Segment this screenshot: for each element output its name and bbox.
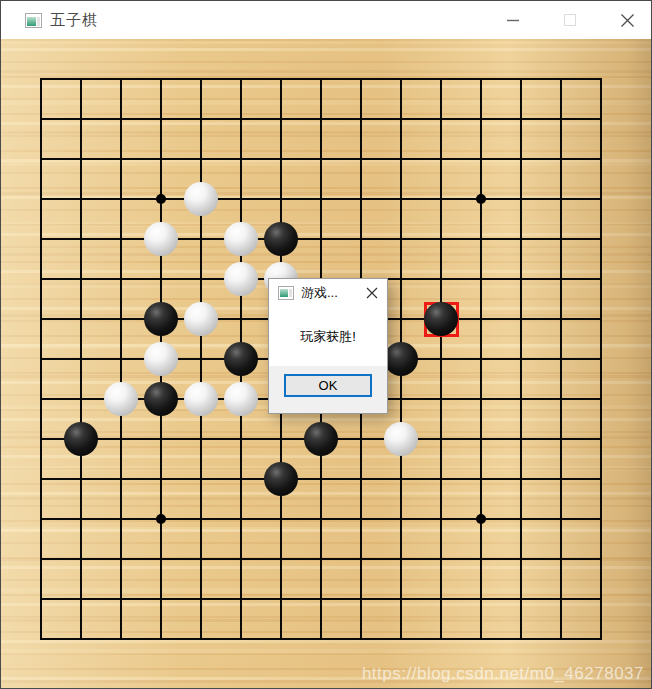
stone-white — [224, 262, 258, 296]
stone-black — [264, 462, 298, 496]
minimize-icon — [506, 13, 520, 27]
dialog-body: 玩家获胜! — [269, 307, 387, 367]
ok-button[interactable]: OK — [284, 374, 372, 397]
star-point — [156, 194, 166, 204]
star-point — [476, 514, 486, 524]
dialog-close-icon — [366, 287, 378, 299]
stone-white — [104, 382, 138, 416]
dialog-title-bar: 游戏... — [269, 279, 387, 307]
title-bar: 五子棋 — [1, 1, 651, 39]
app-icon — [25, 13, 42, 28]
close-button[interactable] — [604, 1, 650, 39]
stone-white — [224, 222, 258, 256]
stone-white — [184, 382, 218, 416]
app-icon-teal — [27, 17, 36, 26]
window-title: 五子棋 — [50, 11, 98, 30]
maximize-icon — [564, 14, 576, 26]
app-icon-pane — [37, 17, 40, 26]
dialog-footer: OK — [269, 366, 387, 413]
stone-black — [144, 382, 178, 416]
window-controls — [479, 1, 651, 39]
game-over-dialog: 游戏... 玩家获胜! OK — [268, 278, 388, 414]
star-point — [156, 514, 166, 524]
stone-black — [144, 302, 178, 336]
star-point — [476, 194, 486, 204]
stone-black — [304, 422, 338, 456]
stone-white — [224, 382, 258, 416]
stone-white — [184, 302, 218, 336]
dialog-close-button[interactable] — [357, 279, 387, 307]
stone-black — [384, 342, 418, 376]
maximize-button[interactable] — [547, 1, 593, 39]
stone-white — [384, 422, 418, 456]
close-icon — [620, 13, 635, 28]
watermark: https://blog.csdn.net/m0_46278037 — [362, 664, 644, 684]
stone-black — [424, 302, 458, 336]
gomoku-window: 五子棋 游戏... — [0, 0, 652, 689]
stone-black — [264, 222, 298, 256]
stone-black — [64, 422, 98, 456]
stone-black — [224, 342, 258, 376]
stone-white — [184, 182, 218, 216]
minimize-button[interactable] — [490, 1, 536, 39]
dialog-message: 玩家获胜! — [300, 328, 356, 346]
stone-white — [144, 342, 178, 376]
dialog-title: 游戏... — [301, 284, 338, 302]
stone-white — [144, 222, 178, 256]
dialog-icon — [278, 286, 294, 300]
